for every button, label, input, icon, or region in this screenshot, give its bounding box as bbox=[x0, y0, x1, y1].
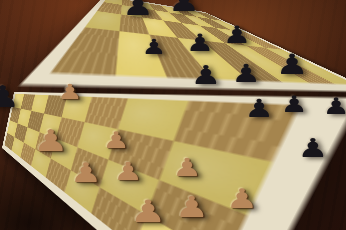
piece-black-f6[interactable]: ♟ bbox=[275, 51, 308, 79]
piece-black-f4[interactable]: ♟ bbox=[244, 96, 274, 121]
piece-white-a3[interactable]: ♟ bbox=[33, 126, 69, 156]
piece-white-e1[interactable]: ♟ bbox=[226, 185, 258, 212]
piece-black-b6[interactable]: ♟ bbox=[142, 37, 167, 58]
piece-black-e5[interactable]: ♟ bbox=[231, 61, 261, 86]
piece-white-b4[interactable]: ♟ bbox=[58, 82, 83, 103]
piece-black-c5[interactable]: ♟ bbox=[191, 62, 222, 88]
piece-black-d6[interactable]: ♟ bbox=[186, 31, 214, 55]
piece-black-e8[interactable]: ♟ bbox=[168, 0, 200, 15]
piece-white-c2[interactable]: ♟ bbox=[113, 159, 143, 184]
piece-black-b8[interactable]: ♟ bbox=[122, 0, 154, 19]
wooden-table-surface: ♟♟♟♟♟♟♟♟♟♟♟♟♟♟♟♟♟♟♟♟♟♟ bbox=[0, 0, 346, 230]
piece-black-h6[interactable]: ♟ bbox=[223, 23, 251, 47]
piece-white-d1[interactable]: ♟ bbox=[175, 193, 209, 222]
piece-white-c1[interactable]: ♟ bbox=[130, 196, 167, 227]
piece-black-captured-on-table[interactable]: ♟ bbox=[0, 82, 21, 112]
piece-black-h4[interactable]: ♟ bbox=[322, 95, 346, 118]
pieces-layer: ♟♟♟♟♟♟♟♟♟♟♟♟♟♟♟♟♟♟♟♟♟♟ bbox=[0, 0, 346, 230]
piece-white-c3[interactable]: ♟ bbox=[102, 129, 129, 152]
piece-white-b2[interactable]: ♟ bbox=[70, 159, 102, 186]
piece-white-d2[interactable]: ♟ bbox=[172, 155, 202, 180]
piece-black-h3[interactable]: ♟ bbox=[298, 135, 329, 161]
piece-black-g4[interactable]: ♟ bbox=[280, 93, 307, 116]
